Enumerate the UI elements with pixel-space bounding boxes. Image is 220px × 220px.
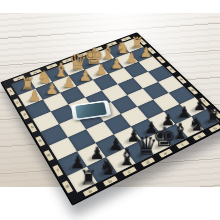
black-bishop[interactable]: ♝ xyxy=(116,146,138,169)
board-grid: ♜♞♝♛♚♝♞♜♟♟♟♟♟♟♟♟♟♟♟♟♟♟♟♟♜♞♝♛♚♝♞♜ xyxy=(12,39,220,193)
chess-photo: aa11bb22cc33dd44ee55ff66gg77hh88 ♜♞♝♛♚♝♞… xyxy=(0,0,220,220)
white-pawn[interactable]: ♟ xyxy=(76,69,94,83)
white-pawn[interactable]: ♟ xyxy=(60,76,78,91)
white-pawn[interactable]: ♟ xyxy=(92,63,110,77)
white-pawn[interactable]: ♟ xyxy=(43,82,62,97)
black-knight[interactable]: ♞ xyxy=(97,157,119,178)
white-pawn[interactable]: ♟ xyxy=(25,89,44,104)
black-rook[interactable]: ♜ xyxy=(77,168,100,188)
chess-board: aa11bb22cc33dd44ee55ff66gg77hh88 ♜♞♝♛♚♝♞… xyxy=(0,32,220,206)
white-pawn[interactable]: ♟ xyxy=(123,52,140,66)
square-f5[interactable] xyxy=(127,88,153,106)
white-pawn[interactable]: ♟ xyxy=(108,57,126,71)
board-scene: aa11bb22cc33dd44ee55ff66gg77hh88 ♜♞♝♛♚♝♞… xyxy=(0,0,220,220)
